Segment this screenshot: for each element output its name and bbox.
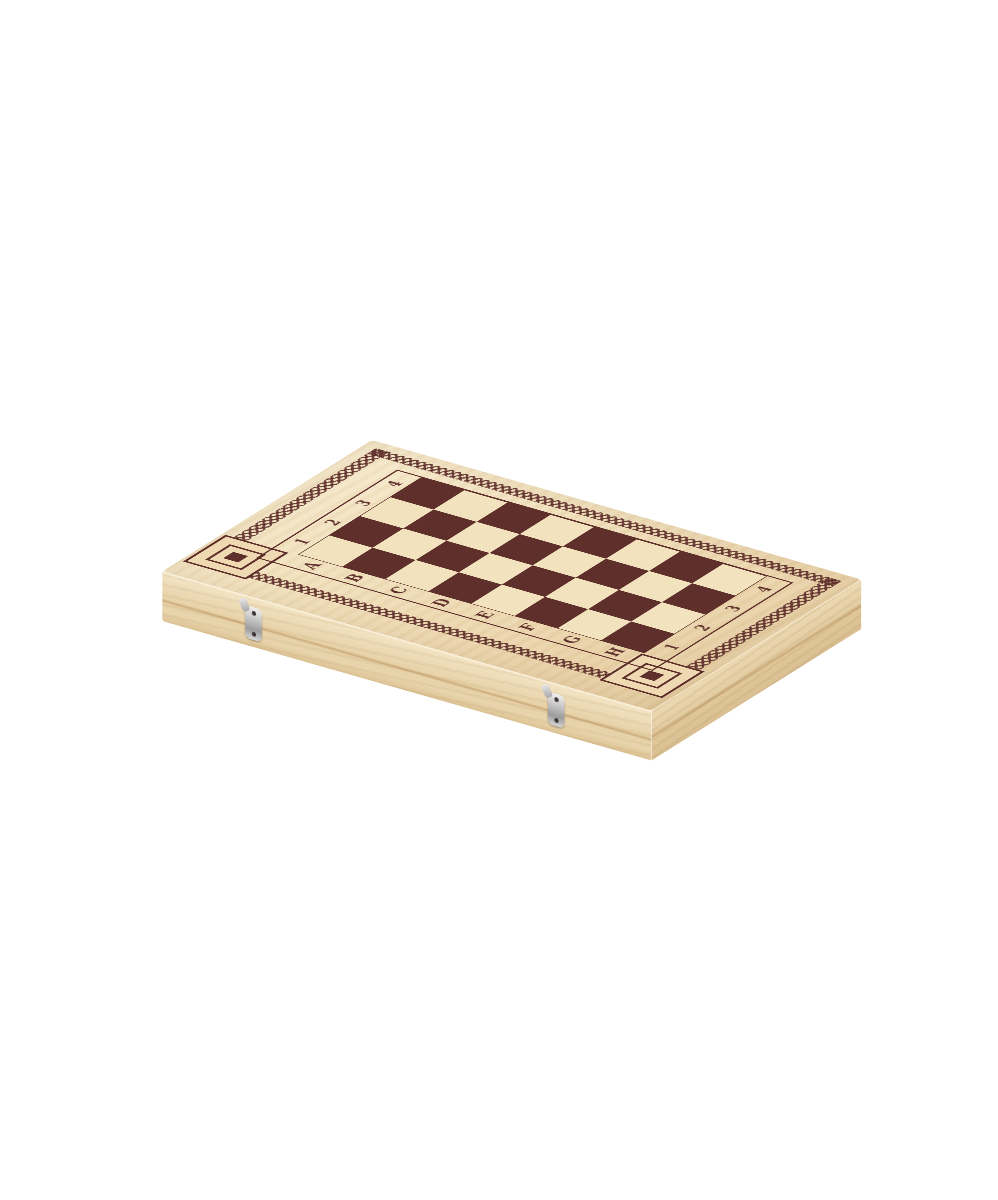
- board-square-c3: [446, 522, 520, 553]
- board-square-h4: [692, 564, 766, 595]
- medallion-center: [223, 552, 248, 563]
- screw-icon: [251, 631, 255, 637]
- medallion-inner-frame: [205, 544, 266, 570]
- board-square-e1: [472, 584, 546, 615]
- rank-labels-left: 4321: [275, 471, 421, 555]
- board-square-b3: [403, 509, 477, 540]
- rank-label: 1: [641, 636, 702, 659]
- board-square-f4: [606, 539, 680, 570]
- board-square-c1: [385, 560, 459, 591]
- rank-label: 2: [672, 616, 733, 639]
- board-square-d3: [490, 534, 564, 565]
- rank-label: 3: [333, 492, 394, 515]
- chess-box: 4321 4321 ABCDEFGH: [162, 440, 861, 711]
- board-square-f1: [515, 597, 589, 628]
- file-label: C: [372, 578, 424, 603]
- file-label: A: [285, 553, 337, 578]
- board-square-e2: [502, 565, 576, 596]
- board-square-a3: [360, 497, 434, 528]
- rank-label: 4: [363, 472, 424, 495]
- board-square-h2: [632, 602, 706, 633]
- board-square-c2: [416, 541, 490, 572]
- rank-label: 1: [271, 530, 332, 553]
- medallion-inner-frame: [621, 663, 682, 689]
- board-square-g4: [649, 552, 723, 583]
- screw-icon: [251, 610, 255, 616]
- board-square-h1: [601, 621, 675, 652]
- clasp-right-icon: [548, 691, 565, 728]
- rank-label: 2: [302, 511, 363, 534]
- photo-background: 4321 4321 ABCDEFGH: [0, 0, 998, 1200]
- board-square-f2: [545, 578, 619, 609]
- board-square-g3: [619, 571, 693, 602]
- board-square-f3: [576, 559, 650, 590]
- board-square-a1: [299, 535, 373, 566]
- board-square-g2: [588, 590, 662, 621]
- file-label: F: [502, 615, 554, 640]
- rank-label: 3: [702, 597, 763, 620]
- screw-icon: [554, 697, 558, 703]
- clasp-left-icon: [245, 605, 262, 642]
- screw-icon: [554, 717, 558, 723]
- medallion-center: [639, 670, 664, 681]
- board-square-e3: [533, 546, 607, 577]
- board-square-a2: [330, 516, 404, 547]
- file-label: E: [459, 602, 511, 627]
- rank-label: 4: [733, 578, 794, 601]
- board-square-g1: [558, 609, 632, 640]
- file-label: B: [329, 565, 381, 590]
- checker-grid: [298, 477, 768, 653]
- board-square-a4: [391, 478, 465, 509]
- file-label: H: [589, 640, 641, 665]
- board-square-h3: [662, 583, 736, 614]
- board-square-b2: [373, 528, 447, 559]
- corner-medallion-left: [183, 535, 289, 580]
- braid-border-left: [194, 448, 389, 566]
- board-square-d2: [459, 553, 533, 584]
- board-square-b1: [342, 548, 416, 579]
- board-square-d1: [429, 572, 503, 603]
- file-label: G: [545, 627, 597, 652]
- board-square-d4: [520, 515, 594, 546]
- board-square-b4: [434, 490, 508, 521]
- braid-border-far: [367, 448, 842, 586]
- file-label: D: [415, 590, 467, 615]
- board-square-e4: [563, 527, 637, 558]
- board-square-c4: [477, 503, 551, 534]
